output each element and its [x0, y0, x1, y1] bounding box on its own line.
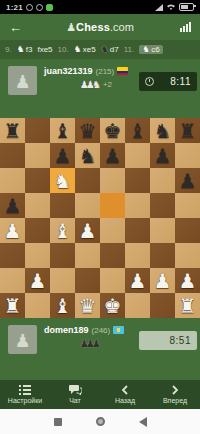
move-list: 9.♞f3fxe510.♞xe5♞d711.♞c6	[0, 40, 200, 59]
black-pawn-e7: ♟	[100, 143, 125, 168]
nav-forward[interactable]: Вперед	[150, 385, 200, 404]
black-king-e8: ♚	[100, 118, 125, 143]
square-c5[interactable]	[50, 193, 75, 218]
square-a8[interactable]: ♜	[0, 118, 25, 143]
nav-settings[interactable]: Настройки	[0, 385, 50, 404]
move-xe5[interactable]: ♞xe5	[74, 45, 96, 54]
square-g5[interactable]	[150, 193, 175, 218]
nav-back[interactable]: Назад	[100, 385, 150, 404]
chevron-left-icon	[121, 385, 129, 395]
player-bottom-name: domen189	[44, 325, 89, 335]
square-f6[interactable]	[125, 168, 150, 193]
square-f2[interactable]: ♟	[125, 268, 150, 293]
nav-chat[interactable]: Чат	[50, 385, 100, 404]
white-king-e1: ♚	[100, 293, 125, 318]
material-score: +2	[103, 80, 112, 90]
player-bottom-avatar[interactable]: ♟	[8, 325, 37, 354]
nav-forward-label: Вперед	[163, 397, 187, 404]
white-pawn-f2: ♟	[125, 268, 150, 293]
player-top-clock: 8:11	[139, 72, 197, 91]
move-san: f3	[26, 45, 33, 54]
white-pawn-b2: ♟	[25, 268, 50, 293]
square-h1[interactable]: ♜	[175, 293, 200, 318]
square-h4[interactable]	[175, 218, 200, 243]
player-top[interactable]: ♟ juan321319 (215) ♟♟♞ +2 8:11	[0, 59, 200, 118]
nav-back-label: Назад	[115, 397, 135, 404]
square-e7[interactable]: ♟	[100, 143, 125, 168]
black-pawn-h6: ♟	[175, 168, 200, 193]
square-d7[interactable]: ♞	[75, 143, 100, 168]
square-h2[interactable]: ♟	[175, 268, 200, 293]
square-g1[interactable]	[150, 293, 175, 318]
app-notification-icon	[46, 4, 53, 11]
captured-white-pieces: ♟♟♞	[80, 80, 98, 90]
square-c8[interactable]: ♝	[50, 118, 75, 143]
square-b7[interactable]	[25, 143, 50, 168]
move-san: xe5	[83, 45, 96, 54]
timer-icon	[36, 4, 43, 11]
square-c4[interactable]: ♝	[50, 218, 75, 243]
black-pawn-g7: ♟	[150, 143, 175, 168]
white-pawn-d4: ♟	[75, 218, 100, 243]
black-knight-icon: ♞	[101, 45, 109, 54]
square-g2[interactable]: ♟	[150, 268, 175, 293]
square-b6[interactable]	[25, 168, 50, 193]
android-back-triangle-icon[interactable]	[139, 417, 147, 427]
square-g7[interactable]: ♟	[150, 143, 175, 168]
recents-square-icon[interactable]	[54, 418, 62, 426]
black-pawn-a5: ♟	[0, 193, 25, 218]
square-g8[interactable]: ♞	[150, 118, 175, 143]
square-h7[interactable]	[175, 143, 200, 168]
white-knight-icon: ♞	[142, 45, 150, 54]
square-d3[interactable]	[75, 243, 100, 268]
square-d6[interactable]	[75, 168, 100, 193]
chevron-right-icon	[171, 385, 179, 395]
square-b3[interactable]	[25, 243, 50, 268]
colombia-flag-icon	[117, 67, 128, 75]
square-f8[interactable]: ♝	[125, 118, 150, 143]
square-b2[interactable]: ♟	[25, 268, 50, 293]
logo-text: Chess	[76, 21, 110, 33]
square-h6[interactable]: ♟	[175, 168, 200, 193]
android-nav-bar	[0, 409, 200, 434]
move-c6[interactable]: ♞c6	[139, 45, 163, 54]
connection-bars-icon[interactable]	[180, 22, 191, 32]
move-number: 11.	[124, 45, 135, 54]
player-top-time: 8:11	[170, 76, 191, 87]
white-queen-d1: ♛	[75, 293, 100, 318]
chat-icon	[69, 385, 82, 395]
logo-suffix: .com	[110, 21, 134, 33]
square-b1[interactable]	[25, 293, 50, 318]
square-g4[interactable]	[150, 218, 175, 243]
square-d4[interactable]: ♟	[75, 218, 100, 243]
black-bishop-c8: ♝	[50, 118, 75, 143]
move-san: fxe5	[37, 45, 52, 54]
square-e5[interactable]	[100, 193, 125, 218]
square-b4[interactable]	[25, 218, 50, 243]
square-h8[interactable]: ♜	[175, 118, 200, 143]
black-knight-g8: ♞	[150, 118, 175, 143]
square-g3[interactable]	[150, 243, 175, 268]
square-b8[interactable]	[25, 118, 50, 143]
move-f3[interactable]: ♞f3	[17, 45, 33, 54]
black-bishop-f8: ♝	[125, 118, 150, 143]
square-c7[interactable]: ♟	[50, 143, 75, 168]
black-queen-d8: ♛	[75, 118, 100, 143]
square-b5[interactable]	[25, 193, 50, 218]
square-e4[interactable]	[100, 218, 125, 243]
square-a1[interactable]: ♜	[0, 293, 25, 318]
player-bottom-rating: (246)	[92, 326, 111, 335]
square-c6[interactable]: ♞	[50, 168, 75, 193]
status-time: 1:21	[6, 3, 23, 12]
move-fxe5[interactable]: fxe5	[37, 45, 52, 54]
captured-black-pieces: ♟♟♟	[80, 339, 98, 349]
black-pawn-c7: ♟	[50, 143, 75, 168]
square-f3[interactable]	[125, 243, 150, 268]
player-top-name: juan321319	[44, 66, 93, 76]
white-bishop-c1: ♝	[50, 293, 75, 318]
kazakhstan-flag-icon	[113, 326, 124, 334]
app-window: 1:21 ← ♟Chess.com 9.♞f3fxe510.♞xe5♞d711.…	[0, 0, 200, 434]
square-h5[interactable]	[175, 193, 200, 218]
white-knight-c6: ♞	[50, 168, 75, 193]
player-top-rating: (215)	[96, 67, 115, 76]
square-a3[interactable]	[0, 243, 25, 268]
square-a2[interactable]	[0, 268, 25, 293]
square-c3[interactable]	[50, 243, 75, 268]
alarm-icon	[26, 4, 33, 11]
square-a6[interactable]	[0, 168, 25, 193]
signal-icon	[155, 4, 163, 11]
square-d5[interactable]	[75, 193, 100, 218]
square-f5[interactable]	[125, 193, 150, 218]
white-rook-h1: ♜	[175, 293, 200, 318]
square-e2[interactable]	[100, 268, 125, 293]
square-c2[interactable]	[50, 268, 75, 293]
header: ← ♟Chess.com	[0, 14, 200, 40]
black-rook-h8: ♜	[175, 118, 200, 143]
white-rook-a1: ♜	[0, 293, 25, 318]
white-knight-icon: ♞	[74, 45, 82, 54]
chesscom-logo: ♟Chess.com	[0, 21, 200, 34]
square-e8[interactable]: ♚	[100, 118, 125, 143]
settings-list-icon	[19, 385, 31, 395]
square-g6[interactable]	[150, 168, 175, 193]
wifi-icon	[166, 3, 176, 11]
move-san: c6	[151, 45, 159, 54]
game-nav-bar: Настройки Чат Назад Вперед	[0, 380, 200, 409]
battery-icon	[179, 3, 194, 11]
clock-icon	[145, 77, 154, 86]
square-c1[interactable]: ♝	[50, 293, 75, 318]
white-knight-icon: ♞	[17, 45, 25, 54]
move-san: d7	[110, 45, 119, 54]
square-f1[interactable]	[125, 293, 150, 318]
square-e6[interactable]	[100, 168, 125, 193]
square-f4[interactable]	[125, 218, 150, 243]
square-a5[interactable]: ♟	[0, 193, 25, 218]
square-d2[interactable]	[75, 268, 100, 293]
square-h3[interactable]	[175, 243, 200, 268]
nav-settings-label: Настройки	[8, 397, 42, 404]
square-d1[interactable]: ♛	[75, 293, 100, 318]
home-circle-icon[interactable]	[96, 417, 105, 426]
square-f7[interactable]	[125, 143, 150, 168]
square-e1[interactable]: ♚	[100, 293, 125, 318]
square-e3[interactable]	[100, 243, 125, 268]
square-a7[interactable]	[0, 143, 25, 168]
chess-board: ♜♝♛♚♝♞♜♟♞♟♟♞♟♟♟♝♟♟♟♟♟♜♝♛♚♜	[0, 118, 200, 318]
logo-pawn-icon: ♟	[66, 21, 76, 34]
square-d8[interactable]: ♛	[75, 118, 100, 143]
player-bottom-time: 8:51	[170, 335, 191, 346]
player-bottom[interactable]: ♟ domen189 (246) ♟♟♟ 8:51	[0, 318, 200, 380]
white-pawn-g2: ♟	[150, 268, 175, 293]
back-arrow-icon[interactable]: ←	[9, 21, 22, 34]
white-bishop-c4: ♝	[50, 218, 75, 243]
player-top-avatar[interactable]: ♟	[8, 66, 37, 95]
white-pawn-a4: ♟	[0, 218, 25, 243]
nav-chat-label: Чат	[69, 397, 81, 404]
status-bar: 1:21	[0, 0, 200, 14]
player-bottom-clock: 8:51	[139, 331, 197, 350]
black-rook-a8: ♜	[0, 118, 25, 143]
black-knight-d7: ♞	[75, 143, 100, 168]
square-a4[interactable]: ♟	[0, 218, 25, 243]
move-number: 10.	[58, 45, 69, 54]
move-d7[interactable]: ♞d7	[101, 45, 119, 54]
white-pawn-h2: ♟	[175, 268, 200, 293]
move-number: 9.	[5, 45, 12, 54]
